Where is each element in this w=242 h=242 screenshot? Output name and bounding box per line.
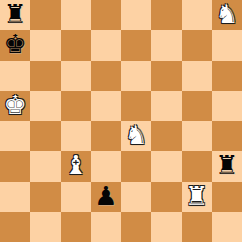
piece-white-knight[interactable]: ♞: [215, 1, 238, 27]
square-d6[interactable]: [91, 61, 121, 91]
square-b7[interactable]: [30, 30, 60, 60]
square-h2[interactable]: [212, 182, 242, 212]
square-e3[interactable]: [121, 151, 151, 181]
square-d4[interactable]: [91, 121, 121, 151]
square-a3[interactable]: [0, 151, 30, 181]
square-b5[interactable]: [30, 91, 60, 121]
square-b3[interactable]: [30, 151, 60, 181]
square-g5[interactable]: [182, 91, 212, 121]
square-e5[interactable]: [121, 91, 151, 121]
square-d5[interactable]: [91, 91, 121, 121]
square-d7[interactable]: [91, 30, 121, 60]
square-f5[interactable]: [151, 91, 181, 121]
square-f2[interactable]: [151, 182, 181, 212]
piece-white-rook[interactable]: ♜: [185, 183, 208, 209]
square-d8[interactable]: [91, 0, 121, 30]
square-f8[interactable]: [151, 0, 181, 30]
square-e1[interactable]: [121, 212, 151, 242]
square-g8[interactable]: [182, 0, 212, 30]
square-h1[interactable]: [212, 212, 242, 242]
square-e8[interactable]: [121, 0, 151, 30]
square-h6[interactable]: [212, 61, 242, 91]
piece-white-bishop[interactable]: ♝: [64, 152, 87, 178]
square-c3[interactable]: ♝: [61, 151, 91, 181]
square-g4[interactable]: [182, 121, 212, 151]
square-e4[interactable]: ♞: [121, 121, 151, 151]
square-g3[interactable]: [182, 151, 212, 181]
square-a5[interactable]: ♚: [0, 91, 30, 121]
square-c2[interactable]: [61, 182, 91, 212]
square-b1[interactable]: [30, 212, 60, 242]
square-a4[interactable]: [0, 121, 30, 151]
square-h7[interactable]: [212, 30, 242, 60]
square-c5[interactable]: [61, 91, 91, 121]
square-c7[interactable]: [61, 30, 91, 60]
square-g6[interactable]: [182, 61, 212, 91]
square-b4[interactable]: [30, 121, 60, 151]
square-b8[interactable]: [30, 0, 60, 30]
square-b2[interactable]: [30, 182, 60, 212]
square-g1[interactable]: [182, 212, 212, 242]
square-f7[interactable]: [151, 30, 181, 60]
square-e6[interactable]: [121, 61, 151, 91]
square-b6[interactable]: [30, 61, 60, 91]
piece-white-king[interactable]: ♚: [3, 92, 26, 118]
square-a2[interactable]: [0, 182, 30, 212]
square-h8[interactable]: ♞: [212, 0, 242, 30]
square-a6[interactable]: [0, 61, 30, 91]
piece-black-rook[interactable]: ♜: [215, 152, 238, 178]
square-h5[interactable]: [212, 91, 242, 121]
square-c6[interactable]: [61, 61, 91, 91]
square-d2[interactable]: ♟: [91, 182, 121, 212]
square-f4[interactable]: [151, 121, 181, 151]
piece-black-rook[interactable]: ♜: [3, 1, 26, 27]
square-h3[interactable]: ♜: [212, 151, 242, 181]
square-c8[interactable]: [61, 0, 91, 30]
square-g2[interactable]: ♜: [182, 182, 212, 212]
square-f1[interactable]: [151, 212, 181, 242]
square-e2[interactable]: [121, 182, 151, 212]
square-d3[interactable]: [91, 151, 121, 181]
piece-black-pawn[interactable]: ♟: [94, 183, 117, 209]
piece-black-king[interactable]: ♚: [3, 31, 26, 57]
square-a1[interactable]: [0, 212, 30, 242]
square-e7[interactable]: [121, 30, 151, 60]
square-h4[interactable]: [212, 121, 242, 151]
piece-white-knight[interactable]: ♞: [124, 122, 147, 148]
square-f6[interactable]: [151, 61, 181, 91]
square-c1[interactable]: [61, 212, 91, 242]
square-c4[interactable]: [61, 121, 91, 151]
square-g7[interactable]: [182, 30, 212, 60]
square-a8[interactable]: ♜: [0, 0, 30, 30]
chess-board: ♜♞♚♚♞♝♜♟♜: [0, 0, 242, 242]
square-f3[interactable]: [151, 151, 181, 181]
square-a7[interactable]: ♚: [0, 30, 30, 60]
square-d1[interactable]: [91, 212, 121, 242]
